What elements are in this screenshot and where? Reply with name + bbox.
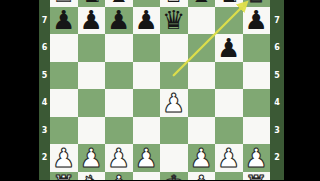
piece-white-pawn-c2[interactable]: ♟ — [105, 144, 133, 172]
piece-black-pawn-h7[interactable]: ♟ — [243, 7, 271, 35]
square-d5[interactable] — [133, 62, 161, 90]
square-e2[interactable] — [160, 144, 188, 172]
square-c3[interactable] — [105, 117, 133, 145]
square-a3[interactable] — [50, 117, 78, 145]
piece-white-pawn-h2[interactable]: ♟ — [243, 144, 271, 172]
square-b3[interactable] — [78, 117, 106, 145]
video-frame: 765432 765432 ♜♞♝♚♝♞♛♟♟♟♟♛♟♟♟♟♟♟♟♟♟♟♜♞♝♚… — [0, 0, 320, 180]
square-a4[interactable] — [50, 89, 78, 117]
piece-white-pawn-g2[interactable]: ♟ — [215, 144, 243, 172]
rank-label-3: 3 — [39, 117, 50, 145]
piece-white-rook-a1[interactable]: ♜ — [50, 172, 78, 181]
piece-white-king-e1[interactable]: ♚ — [160, 172, 188, 181]
square-h5[interactable] — [243, 62, 271, 90]
rank-label-4: 4 — [270, 89, 284, 117]
piece-black-pawn-g6[interactable]: ♟ — [215, 34, 243, 62]
square-g4[interactable] — [215, 89, 243, 117]
piece-black-pawn-b7[interactable]: ♟ — [78, 7, 106, 35]
piece-white-knight-b1[interactable]: ♞ — [78, 172, 106, 181]
piece-white-pawn-d2[interactable]: ♟ — [133, 144, 161, 172]
rank-label-7: 7 — [270, 7, 284, 35]
square-d1[interactable] — [133, 172, 161, 181]
piece-white-rook-h1[interactable]: ♜ — [243, 172, 271, 181]
square-e5[interactable] — [160, 62, 188, 90]
square-c4[interactable] — [105, 89, 133, 117]
square-f7[interactable] — [188, 7, 216, 35]
square-e6[interactable] — [160, 34, 188, 62]
square-f4[interactable] — [188, 89, 216, 117]
square-a6[interactable] — [50, 34, 78, 62]
piece-white-pawn-f2[interactable]: ♟ — [188, 144, 216, 172]
rank-label-5: 5 — [270, 62, 284, 90]
square-d3[interactable] — [133, 117, 161, 145]
rank-labels-right-strip: 765432 — [270, 0, 284, 180]
square-h3[interactable] — [243, 117, 271, 145]
square-d6[interactable] — [133, 34, 161, 62]
square-f3[interactable] — [188, 117, 216, 145]
rank-label-5: 5 — [39, 62, 50, 90]
rank-label-3: 3 — [270, 117, 284, 145]
piece-black-pawn-c7[interactable]: ♟ — [105, 7, 133, 35]
rank-label-4: 4 — [39, 89, 50, 117]
piece-white-bishop-f1[interactable]: ♝ — [188, 172, 216, 181]
square-b4[interactable] — [78, 89, 106, 117]
piece-black-pawn-a7[interactable]: ♟ — [50, 7, 78, 35]
square-h4[interactable] — [243, 89, 271, 117]
piece-white-pawn-e4[interactable]: ♟ — [160, 89, 188, 117]
square-g5[interactable] — [215, 62, 243, 90]
square-f6[interactable] — [188, 34, 216, 62]
rank-label-7: 7 — [39, 7, 50, 35]
piece-black-queen-e7[interactable]: ♛ — [160, 7, 188, 35]
square-f5[interactable] — [188, 62, 216, 90]
square-c6[interactable] — [105, 34, 133, 62]
square-g3[interactable] — [215, 117, 243, 145]
rank-label-6: 6 — [270, 34, 284, 62]
square-c5[interactable] — [105, 62, 133, 90]
piece-white-pawn-b2[interactable]: ♟ — [78, 144, 106, 172]
square-g1[interactable] — [215, 172, 243, 181]
square-e3[interactable] — [160, 117, 188, 145]
square-b5[interactable] — [78, 62, 106, 90]
square-h6[interactable] — [243, 34, 271, 62]
rank-label-2: 2 — [270, 144, 284, 172]
piece-black-pawn-d7[interactable]: ♟ — [133, 7, 161, 35]
piece-white-bishop-c1[interactable]: ♝ — [105, 172, 133, 181]
square-g7[interactable] — [215, 7, 243, 35]
square-a5[interactable] — [50, 62, 78, 90]
square-d4[interactable] — [133, 89, 161, 117]
piece-black-bishop-f8[interactable]: ♝ — [188, 0, 216, 7]
rank-label-6: 6 — [39, 34, 50, 62]
rank-label-2: 2 — [39, 144, 50, 172]
chess-board: ♜♞♝♚♝♞♛♟♟♟♟♛♟♟♟♟♟♟♟♟♟♟♜♞♝♚♝♜ — [50, 0, 270, 180]
piece-black-knight-g8[interactable]: ♞ — [215, 0, 243, 7]
piece-white-pawn-a2[interactable]: ♟ — [50, 144, 78, 172]
rank-labels-left-strip: 765432 — [39, 0, 50, 180]
square-b6[interactable] — [78, 34, 106, 62]
